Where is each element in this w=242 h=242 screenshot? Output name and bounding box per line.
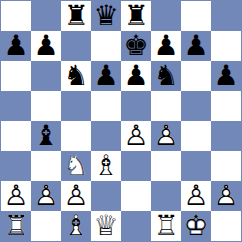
white-pawn-outline: ♙ [183,179,208,212]
square-h2[interactable]: ♟♙ [211,181,241,211]
square-e2[interactable] [121,181,151,211]
square-e1[interactable] [121,211,151,241]
white-rook-outline: ♖ [3,209,28,242]
black-king-piece[interactable]: ♚ [123,32,148,60]
square-b1[interactable] [31,211,61,241]
square-g5[interactable] [181,91,211,121]
square-d2[interactable] [91,181,121,211]
square-f1[interactable]: ♜♖ [151,211,181,241]
square-h4[interactable] [211,121,241,151]
square-g6[interactable] [181,61,211,91]
square-d8[interactable]: ♛ [91,1,121,31]
black-knight-piece[interactable]: ♞ [153,62,178,90]
square-d5[interactable] [91,91,121,121]
square-g2[interactable]: ♟♙ [181,181,211,211]
square-a5[interactable] [1,91,31,121]
square-f7[interactable]: ♟ [151,31,181,61]
white-pawn-outline: ♙ [33,179,58,212]
square-g1[interactable]: ♚♔ [181,211,211,241]
white-bishop-piece[interactable]: ♝♗ [93,152,118,180]
white-knight-outline: ♘ [63,149,88,182]
square-b3[interactable] [31,151,61,181]
square-a6[interactable] [1,61,31,91]
square-c1[interactable]: ♝♗ [61,211,91,241]
square-e8[interactable]: ♜ [121,1,151,31]
white-pawn-outline: ♙ [63,179,88,212]
white-bishop-piece[interactable]: ♝♗ [63,212,88,240]
white-king-piece[interactable]: ♚♔ [183,212,208,240]
black-pawn-piece[interactable]: ♟ [153,32,178,60]
black-pawn-piece[interactable]: ♟ [33,32,58,60]
white-rook-piece[interactable]: ♜♖ [3,212,28,240]
square-d6[interactable]: ♟ [91,61,121,91]
white-pawn-piece[interactable]: ♟♙ [33,182,58,210]
black-queen-piece[interactable]: ♛ [93,2,118,30]
square-a4[interactable] [1,121,31,151]
square-f8[interactable] [151,1,181,31]
square-c2[interactable]: ♟♙ [61,181,91,211]
square-h5[interactable] [211,91,241,121]
square-f2[interactable] [151,181,181,211]
square-g4[interactable] [181,121,211,151]
square-c4[interactable] [61,121,91,151]
black-pawn-piece[interactable]: ♟ [93,62,118,90]
black-pawn-piece[interactable]: ♟ [183,32,208,60]
white-pawn-piece[interactable]: ♟♙ [63,182,88,210]
black-pawn-piece[interactable]: ♟ [123,62,148,90]
square-f6[interactable]: ♞ [151,61,181,91]
square-c7[interactable] [61,31,91,61]
square-f3[interactable] [151,151,181,181]
square-g3[interactable] [181,151,211,181]
square-e6[interactable]: ♟ [121,61,151,91]
square-h8[interactable] [211,1,241,31]
black-rook-piece[interactable]: ♜ [123,2,148,30]
white-pawn-piece[interactable]: ♟♙ [153,122,178,150]
square-c6[interactable]: ♞ [61,61,91,91]
square-d3[interactable]: ♝♗ [91,151,121,181]
square-c8[interactable]: ♜ [61,1,91,31]
white-bishop-outline: ♗ [93,149,118,182]
white-bishop-outline: ♗ [63,209,88,242]
white-pawn-piece[interactable]: ♟♙ [213,182,238,210]
square-b7[interactable]: ♟ [31,31,61,61]
square-b5[interactable] [31,91,61,121]
white-pawn-outline: ♙ [123,119,148,152]
square-h7[interactable] [211,31,241,61]
square-c5[interactable] [61,91,91,121]
square-a3[interactable] [1,151,31,181]
white-pawn-outline: ♙ [153,119,178,152]
square-h3[interactable] [211,151,241,181]
white-pawn-piece[interactable]: ♟♙ [183,182,208,210]
square-b2[interactable]: ♟♙ [31,181,61,211]
square-d4[interactable] [91,121,121,151]
square-b4[interactable]: ♝ [31,121,61,151]
white-rook-piece[interactable]: ♜♖ [153,212,178,240]
square-h6[interactable]: ♟ [211,61,241,91]
chess-board: ♜♛♜♟♟♚♟♟♞♟♟♞♟♝♟♙♟♙♞♘♝♗♟♙♟♙♟♙♟♙♟♙♜♖♝♗♛♕♜♖… [0,0,242,242]
square-e7[interactable]: ♚ [121,31,151,61]
square-d1[interactable]: ♛♕ [91,211,121,241]
white-pawn-piece[interactable]: ♟♙ [3,182,28,210]
square-e5[interactable] [121,91,151,121]
square-d7[interactable] [91,31,121,61]
square-e4[interactable]: ♟♙ [121,121,151,151]
white-queen-outline: ♕ [93,209,118,242]
square-h1[interactable] [211,211,241,241]
square-b6[interactable] [31,61,61,91]
square-b8[interactable] [31,1,61,31]
square-g7[interactable]: ♟ [181,31,211,61]
square-a2[interactable]: ♟♙ [1,181,31,211]
white-pawn-piece[interactable]: ♟♙ [123,122,148,150]
white-pawn-outline: ♙ [3,179,28,212]
black-pawn-piece[interactable]: ♟ [3,32,28,60]
black-pawn-piece[interactable]: ♟ [213,62,238,90]
square-c3[interactable]: ♞♘ [61,151,91,181]
black-knight-piece[interactable]: ♞ [63,62,88,90]
square-a1[interactable]: ♜♖ [1,211,31,241]
black-bishop-piece[interactable]: ♝ [33,122,58,150]
white-king-outline: ♔ [183,209,208,242]
square-f5[interactable] [151,91,181,121]
white-knight-piece[interactable]: ♞♘ [63,152,88,180]
white-pawn-outline: ♙ [213,179,238,212]
square-e3[interactable] [121,151,151,181]
white-rook-outline: ♖ [153,209,178,242]
white-queen-piece[interactable]: ♛♕ [93,212,118,240]
square-a8[interactable] [1,1,31,31]
square-a7[interactable]: ♟ [1,31,31,61]
black-rook-piece[interactable]: ♜ [63,2,88,30]
square-f4[interactable]: ♟♙ [151,121,181,151]
square-g8[interactable] [181,1,211,31]
